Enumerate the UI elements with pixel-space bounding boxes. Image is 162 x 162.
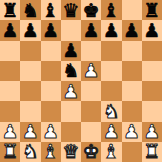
piece-white-pawn[interactable]: ♟: [62, 81, 79, 100]
piece-black-rook[interactable]: ♜: [143, 0, 160, 19]
square-b5[interactable]: [20, 61, 40, 81]
piece-white-bishop[interactable]: ♝: [103, 142, 120, 161]
square-b8[interactable]: ♞: [20, 0, 40, 20]
square-b7[interactable]: ♟: [20, 20, 40, 40]
piece-black-king[interactable]: ♚: [83, 0, 100, 19]
square-g5[interactable]: [122, 61, 142, 81]
piece-white-king[interactable]: ♚: [83, 142, 100, 161]
square-f2[interactable]: ♟: [101, 122, 121, 142]
square-d8[interactable]: ♛: [61, 0, 81, 20]
square-a2[interactable]: ♟: [0, 122, 20, 142]
square-f8[interactable]: ♝: [101, 0, 121, 20]
square-g7[interactable]: ♟: [122, 20, 142, 40]
square-c5[interactable]: [41, 61, 61, 81]
square-f6[interactable]: [101, 41, 121, 61]
square-h1[interactable]: ♜: [142, 142, 162, 162]
piece-white-rook[interactable]: ♜: [143, 142, 160, 161]
square-a3[interactable]: [0, 101, 20, 121]
piece-black-pawn[interactable]: ♟: [2, 20, 19, 39]
square-c1[interactable]: ♝: [41, 142, 61, 162]
square-a5[interactable]: [0, 61, 20, 81]
piece-black-knight[interactable]: ♞: [22, 0, 39, 19]
piece-black-bishop[interactable]: ♝: [103, 0, 120, 19]
piece-black-pawn[interactable]: ♟: [143, 20, 160, 39]
square-h6[interactable]: [142, 41, 162, 61]
square-d3[interactable]: [61, 101, 81, 121]
piece-black-pawn[interactable]: ♟: [22, 20, 39, 39]
piece-white-knight[interactable]: ♞: [103, 101, 120, 120]
piece-white-knight[interactable]: ♞: [22, 142, 39, 161]
piece-white-queen[interactable]: ♛: [62, 142, 79, 161]
square-e2[interactable]: [81, 122, 101, 142]
piece-white-pawn[interactable]: ♟: [42, 122, 59, 141]
square-e3[interactable]: [81, 101, 101, 121]
square-g2[interactable]: ♟: [122, 122, 142, 142]
square-e4[interactable]: [81, 81, 101, 101]
square-e5[interactable]: ♟: [81, 61, 101, 81]
square-h5[interactable]: [142, 61, 162, 81]
square-d7[interactable]: [61, 20, 81, 40]
square-g4[interactable]: [122, 81, 142, 101]
square-c6[interactable]: [41, 41, 61, 61]
chess-board-wrap: ♜♞♝♛♚♝♜♟♟♟♟♟♟♟♟♞♟♟♞♟♟♟♟♟♟♜♞♝♛♚♝♜: [0, 0, 162, 162]
square-c8[interactable]: ♝: [41, 0, 61, 20]
piece-black-rook[interactable]: ♜: [2, 0, 19, 19]
chess-board: ♜♞♝♛♚♝♜♟♟♟♟♟♟♟♟♞♟♟♞♟♟♟♟♟♟♜♞♝♛♚♝♜: [0, 0, 162, 162]
square-a7[interactable]: ♟: [0, 20, 20, 40]
square-d2[interactable]: [61, 122, 81, 142]
square-b2[interactable]: ♟: [20, 122, 40, 142]
square-e7[interactable]: ♟: [81, 20, 101, 40]
square-c7[interactable]: ♟: [41, 20, 61, 40]
square-h4[interactable]: [142, 81, 162, 101]
square-g3[interactable]: [122, 101, 142, 121]
square-c2[interactable]: ♟: [41, 122, 61, 142]
square-h8[interactable]: ♜: [142, 0, 162, 20]
piece-black-pawn[interactable]: ♟: [123, 20, 140, 39]
square-e8[interactable]: ♚: [81, 0, 101, 20]
square-c4[interactable]: [41, 81, 61, 101]
piece-black-bishop[interactable]: ♝: [42, 0, 59, 19]
square-a4[interactable]: [0, 81, 20, 101]
piece-white-pawn[interactable]: ♟: [103, 122, 120, 141]
piece-black-pawn[interactable]: ♟: [83, 20, 100, 39]
square-g6[interactable]: [122, 41, 142, 61]
square-e1[interactable]: ♚: [81, 142, 101, 162]
square-f5[interactable]: [101, 61, 121, 81]
square-d6[interactable]: ♟: [61, 41, 81, 61]
square-f3[interactable]: ♞: [101, 101, 121, 121]
piece-white-bishop[interactable]: ♝: [42, 142, 59, 161]
square-b6[interactable]: [20, 41, 40, 61]
square-f7[interactable]: ♟: [101, 20, 121, 40]
square-h7[interactable]: ♟: [142, 20, 162, 40]
square-f4[interactable]: [101, 81, 121, 101]
square-a1[interactable]: ♜: [0, 142, 20, 162]
square-g1[interactable]: [122, 142, 142, 162]
square-g8[interactable]: [122, 0, 142, 20]
piece-black-pawn[interactable]: ♟: [62, 41, 79, 60]
square-d5[interactable]: ♞: [61, 61, 81, 81]
square-d4[interactable]: ♟: [61, 81, 81, 101]
piece-black-pawn[interactable]: ♟: [42, 20, 59, 39]
piece-white-pawn[interactable]: ♟: [2, 122, 19, 141]
piece-black-knight[interactable]: ♞: [62, 61, 79, 80]
square-d1[interactable]: ♛: [61, 142, 81, 162]
square-f1[interactable]: ♝: [101, 142, 121, 162]
square-h3[interactable]: [142, 101, 162, 121]
piece-white-pawn[interactable]: ♟: [83, 61, 100, 80]
square-e6[interactable]: [81, 41, 101, 61]
square-a8[interactable]: ♜: [0, 0, 20, 20]
square-h2[interactable]: ♟: [142, 122, 162, 142]
piece-black-pawn[interactable]: ♟: [103, 20, 120, 39]
piece-white-pawn[interactable]: ♟: [143, 122, 160, 141]
square-a6[interactable]: [0, 41, 20, 61]
square-b4[interactable]: [20, 81, 40, 101]
square-b1[interactable]: ♞: [20, 142, 40, 162]
piece-white-pawn[interactable]: ♟: [123, 122, 140, 141]
piece-black-queen[interactable]: ♛: [62, 0, 79, 19]
piece-white-pawn[interactable]: ♟: [22, 122, 39, 141]
square-b3[interactable]: [20, 101, 40, 121]
square-c3[interactable]: [41, 101, 61, 121]
piece-white-rook[interactable]: ♜: [2, 142, 19, 161]
